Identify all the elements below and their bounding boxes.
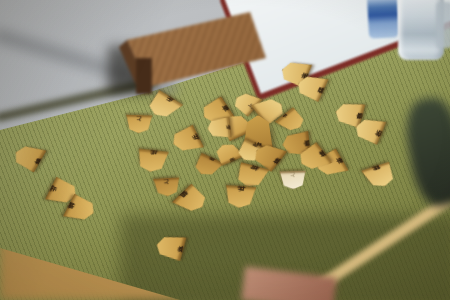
piece-kanji: 角行 (366, 126, 371, 133)
piece-kanji: と (163, 183, 171, 192)
piece-kanji: 香車 (292, 69, 297, 76)
piece-kanji: と (289, 176, 297, 185)
piece-face: 歩兵 (224, 185, 256, 209)
pieces-layer: 桂馬歩兵銀将金将香車桂馬飛車角行香車桂馬歩兵と歩兵香車と歩兵歩兵飛車桂馬銀将歩兵… (0, 0, 450, 300)
piece-kanji: 歩兵 (236, 196, 245, 199)
piece-kanji: と (135, 120, 143, 129)
piece-kanji: 歩兵 (217, 125, 221, 131)
piece-kanji: 歩兵 (159, 103, 168, 109)
shogi-piece[interactable]: と (126, 114, 153, 133)
piece-kanji: 歩兵 (148, 159, 157, 162)
piece-face: 歩兵 (135, 149, 168, 174)
piece-kanji: 銀将 (253, 131, 264, 135)
shogi-piece[interactable]: と (280, 170, 307, 189)
piece-face: と (153, 177, 181, 197)
piece-kanji: 香車 (213, 108, 220, 115)
piece-kanji: 歩兵 (60, 188, 66, 195)
piece-kanji: 桂馬 (308, 83, 314, 90)
piece-kanji: 金将 (168, 243, 173, 250)
shogi-piece[interactable]: 桂馬 (361, 161, 399, 190)
piece-kanji: 角行 (246, 174, 255, 178)
piece-kanji: 銀将 (188, 197, 196, 204)
shogi-piece[interactable]: 歩兵 (168, 125, 204, 155)
piece-kanji: 桂馬 (309, 154, 316, 161)
piece-face: と (126, 114, 153, 133)
piece-face: 歩兵 (206, 117, 231, 139)
piece-kanji: 桂馬 (25, 153, 31, 160)
piece-face: と (280, 170, 307, 189)
shogi-scene-photo: 桂馬歩兵銀将金将香車桂馬飛車角行香車桂馬歩兵と歩兵香車と歩兵歩兵飛車桂馬銀将歩兵… (0, 0, 450, 300)
piece-kanji: 歩兵 (224, 151, 232, 156)
shogi-piece[interactable]: 桂馬 (9, 142, 46, 173)
piece-kanji: 歩兵 (203, 163, 211, 168)
shogi-piece[interactable]: 歩兵 (206, 117, 231, 139)
shogi-piece[interactable]: 歩兵 (135, 149, 168, 174)
piece-face: 桂馬 (361, 161, 399, 190)
shogi-piece[interactable]: と (153, 177, 181, 197)
piece-kanji: 飛車 (294, 141, 298, 148)
piece-kanji: 銀将 (78, 205, 84, 212)
piece-kanji (269, 109, 272, 110)
piece-kanji: 桂馬 (375, 174, 384, 179)
piece-kanji: 歩兵 (183, 136, 189, 143)
piece-kanji: 歩兵 (288, 118, 295, 124)
piece-face: 歩兵 (168, 125, 204, 155)
piece-kanji: 桂馬 (264, 152, 271, 159)
piece-kanji (235, 125, 237, 127)
shogi-piece[interactable]: 歩兵 (224, 185, 256, 209)
piece-kanji: 飛車 (347, 110, 352, 117)
shogi-piece[interactable]: 金将 (154, 233, 187, 261)
piece-face: 金将 (154, 233, 187, 261)
piece-face: 桂馬 (9, 142, 46, 173)
